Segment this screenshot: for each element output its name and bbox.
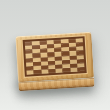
board-veneer-strip <box>22 35 88 78</box>
board-inlay-border <box>23 36 87 77</box>
board-top-face <box>15 32 94 83</box>
chess-board-box <box>15 32 94 92</box>
board-square-h1 <box>77 67 84 72</box>
photo-background <box>0 0 110 110</box>
chess-board-grid <box>25 38 85 74</box>
